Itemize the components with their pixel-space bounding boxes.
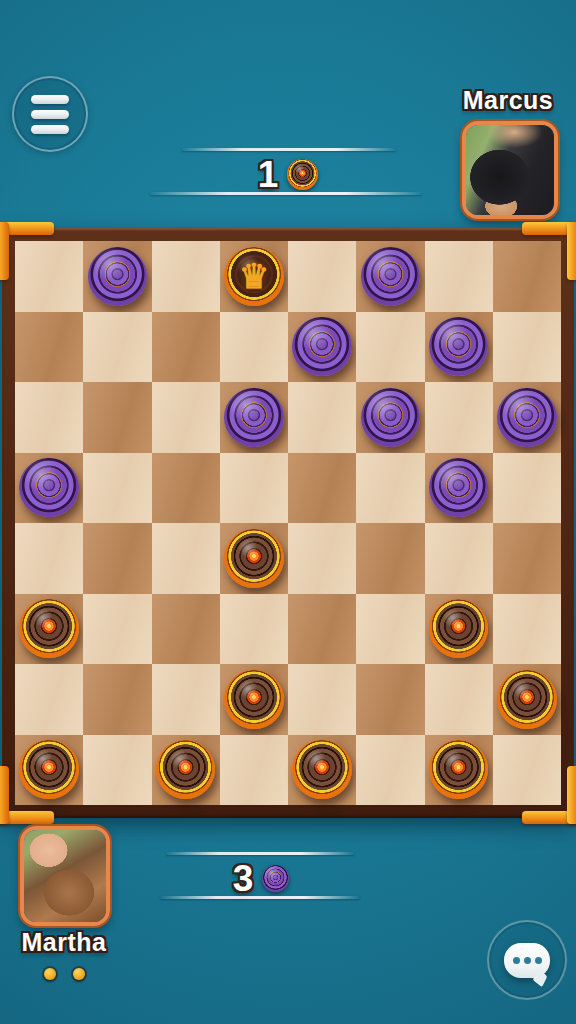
orange-piece[interactable] xyxy=(497,670,556,729)
user-capture-banner: 3 xyxy=(166,852,356,904)
board-cell[interactable] xyxy=(288,523,356,594)
board-cell[interactable] xyxy=(152,594,220,665)
board-cell[interactable] xyxy=(425,523,493,594)
board-cell[interactable] xyxy=(288,453,356,524)
score-dot xyxy=(44,968,56,980)
board-cell[interactable] xyxy=(152,312,220,383)
opponent-capture-count: 1 xyxy=(258,156,279,193)
board-cell[interactable] xyxy=(425,312,493,383)
board-cell[interactable] xyxy=(152,664,220,735)
board-cell[interactable] xyxy=(83,241,151,312)
board-cell[interactable] xyxy=(83,594,151,665)
chat-button[interactable] xyxy=(487,920,567,1000)
board-cell[interactable] xyxy=(15,453,83,524)
board-cell[interactable] xyxy=(288,735,356,806)
purple-piece[interactable] xyxy=(497,388,556,447)
board-cell[interactable] xyxy=(15,664,83,735)
board-cell[interactable] xyxy=(493,594,561,665)
board-cell[interactable] xyxy=(425,453,493,524)
orange-king-piece[interactable]: ♛ xyxy=(224,247,283,306)
purple-piece[interactable] xyxy=(292,317,351,376)
orange-piece[interactable] xyxy=(156,740,215,799)
board-cell[interactable] xyxy=(15,735,83,806)
board-cell[interactable] xyxy=(220,312,288,383)
board-cell[interactable] xyxy=(356,382,424,453)
orange-piece[interactable] xyxy=(224,670,283,729)
purple-piece[interactable] xyxy=(429,458,488,517)
board-cell[interactable] xyxy=(288,312,356,383)
board-cell[interactable] xyxy=(356,241,424,312)
board-cell[interactable] xyxy=(15,594,83,665)
board-cell[interactable] xyxy=(493,312,561,383)
score-dots xyxy=(0,968,128,980)
board-cell[interactable] xyxy=(425,241,493,312)
board-cell[interactable] xyxy=(493,735,561,806)
purple-piece[interactable] xyxy=(429,317,488,376)
board-cell[interactable] xyxy=(152,382,220,453)
user-capture-count: 3 xyxy=(233,860,254,897)
checkers-board: ♛ xyxy=(2,228,574,818)
orange-piece[interactable] xyxy=(224,529,283,588)
board-cell[interactable] xyxy=(425,594,493,665)
board-cell[interactable] xyxy=(83,382,151,453)
purple-piece[interactable] xyxy=(361,247,420,306)
board-cell[interactable] xyxy=(83,664,151,735)
flourish-line xyxy=(150,192,422,195)
user-name: Martha xyxy=(0,928,128,957)
board-cell[interactable] xyxy=(83,523,151,594)
board-cell[interactable] xyxy=(493,241,561,312)
board-cell[interactable] xyxy=(15,523,83,594)
board-cell[interactable] xyxy=(83,735,151,806)
purple-piece[interactable] xyxy=(88,247,147,306)
chat-bubble-icon xyxy=(504,943,550,978)
opponent-capture-banner: 1 xyxy=(178,148,398,200)
board-cell[interactable] xyxy=(152,523,220,594)
board-cell[interactable] xyxy=(220,523,288,594)
board-cell[interactable] xyxy=(152,453,220,524)
orange-piece[interactable] xyxy=(429,740,488,799)
score-dot xyxy=(73,968,85,980)
board-cell[interactable] xyxy=(493,382,561,453)
board-cell[interactable] xyxy=(220,382,288,453)
board-cell[interactable] xyxy=(356,312,424,383)
board-cell[interactable] xyxy=(220,453,288,524)
orange-piece[interactable] xyxy=(19,599,78,658)
board-cell[interactable] xyxy=(220,735,288,806)
board-cell[interactable] xyxy=(356,735,424,806)
purple-checker-icon xyxy=(262,865,289,892)
board-cell[interactable] xyxy=(288,594,356,665)
board-cell[interactable] xyxy=(493,523,561,594)
board-cell[interactable] xyxy=(220,664,288,735)
user-avatar-photo xyxy=(24,830,106,922)
board-cell[interactable] xyxy=(220,594,288,665)
orange-piece[interactable] xyxy=(19,740,78,799)
board-cell[interactable] xyxy=(493,664,561,735)
board-cell[interactable] xyxy=(288,241,356,312)
board-cell[interactable] xyxy=(425,382,493,453)
board-cell[interactable] xyxy=(83,312,151,383)
purple-piece[interactable] xyxy=(361,388,420,447)
flourish-line xyxy=(182,148,396,151)
crown-icon: ♛ xyxy=(224,247,283,306)
opponent-avatar-photo xyxy=(466,125,554,215)
board-cell[interactable] xyxy=(152,735,220,806)
flourish-line xyxy=(160,896,360,899)
orange-piece[interactable] xyxy=(429,599,488,658)
orange-checker-icon xyxy=(287,159,318,190)
board-cell[interactable] xyxy=(15,241,83,312)
flourish-line xyxy=(166,852,354,855)
board-cell[interactable] xyxy=(356,594,424,665)
menu-button[interactable] xyxy=(12,76,88,152)
purple-piece[interactable] xyxy=(224,388,283,447)
board-cell[interactable] xyxy=(15,382,83,453)
board-cell[interactable] xyxy=(288,664,356,735)
board-cell[interactable] xyxy=(425,735,493,806)
board-cell[interactable] xyxy=(356,453,424,524)
board-cell[interactable] xyxy=(356,664,424,735)
board-cell[interactable] xyxy=(152,241,220,312)
board-cell[interactable] xyxy=(493,453,561,524)
user-avatar[interactable] xyxy=(20,826,110,926)
board-grid: ♛ xyxy=(15,241,561,805)
board-cell[interactable] xyxy=(288,382,356,453)
opponent-name: Marcus xyxy=(440,86,576,115)
board-cell[interactable] xyxy=(425,664,493,735)
orange-piece[interactable] xyxy=(292,740,351,799)
game-screen: Marcus 1 ♛ 3 Martha xyxy=(0,0,576,1024)
board-cell[interactable]: ♛ xyxy=(220,241,288,312)
opponent-avatar[interactable] xyxy=(462,121,558,219)
board-cell[interactable] xyxy=(15,312,83,383)
board-cell[interactable] xyxy=(83,453,151,524)
purple-piece[interactable] xyxy=(19,458,78,517)
board-cell[interactable] xyxy=(356,523,424,594)
